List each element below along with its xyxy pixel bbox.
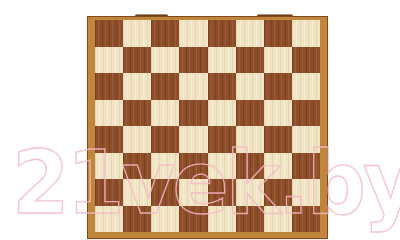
square	[208, 126, 236, 153]
square	[179, 126, 207, 153]
square	[151, 153, 179, 180]
square	[151, 206, 179, 233]
square	[151, 100, 179, 127]
square	[95, 47, 123, 74]
square	[236, 153, 264, 180]
square	[208, 73, 236, 100]
square	[292, 206, 320, 233]
square	[95, 73, 123, 100]
square	[208, 153, 236, 180]
square	[95, 153, 123, 180]
square	[95, 206, 123, 233]
board-grid	[95, 20, 320, 232]
square	[292, 73, 320, 100]
square	[123, 20, 151, 47]
square	[292, 126, 320, 153]
square	[123, 100, 151, 127]
square	[292, 47, 320, 74]
square	[264, 47, 292, 74]
square	[208, 20, 236, 47]
square	[236, 179, 264, 206]
square	[292, 179, 320, 206]
square	[208, 179, 236, 206]
square	[123, 206, 151, 233]
square	[264, 100, 292, 127]
square	[264, 179, 292, 206]
product-photo: 21vek.by	[0, 0, 400, 240]
square	[95, 126, 123, 153]
square	[95, 20, 123, 47]
square	[179, 153, 207, 180]
square	[236, 100, 264, 127]
square	[264, 126, 292, 153]
square	[123, 153, 151, 180]
square	[179, 206, 207, 233]
square	[208, 206, 236, 233]
square	[236, 47, 264, 74]
square	[208, 47, 236, 74]
square	[292, 20, 320, 47]
square	[179, 73, 207, 100]
square	[236, 20, 264, 47]
square	[208, 100, 236, 127]
square	[151, 179, 179, 206]
square	[151, 20, 179, 47]
square	[264, 206, 292, 233]
square	[123, 126, 151, 153]
square	[292, 100, 320, 127]
square	[151, 73, 179, 100]
square	[264, 153, 292, 180]
square	[292, 153, 320, 180]
square	[123, 179, 151, 206]
square	[264, 73, 292, 100]
square	[151, 126, 179, 153]
square	[123, 73, 151, 100]
square	[236, 126, 264, 153]
square	[123, 47, 151, 74]
square	[236, 73, 264, 100]
chess-board	[88, 17, 327, 238]
square	[179, 100, 207, 127]
square	[179, 20, 207, 47]
square	[179, 179, 207, 206]
square	[95, 179, 123, 206]
square	[236, 206, 264, 233]
square	[264, 20, 292, 47]
square	[179, 47, 207, 74]
square	[95, 100, 123, 127]
square	[151, 47, 179, 74]
